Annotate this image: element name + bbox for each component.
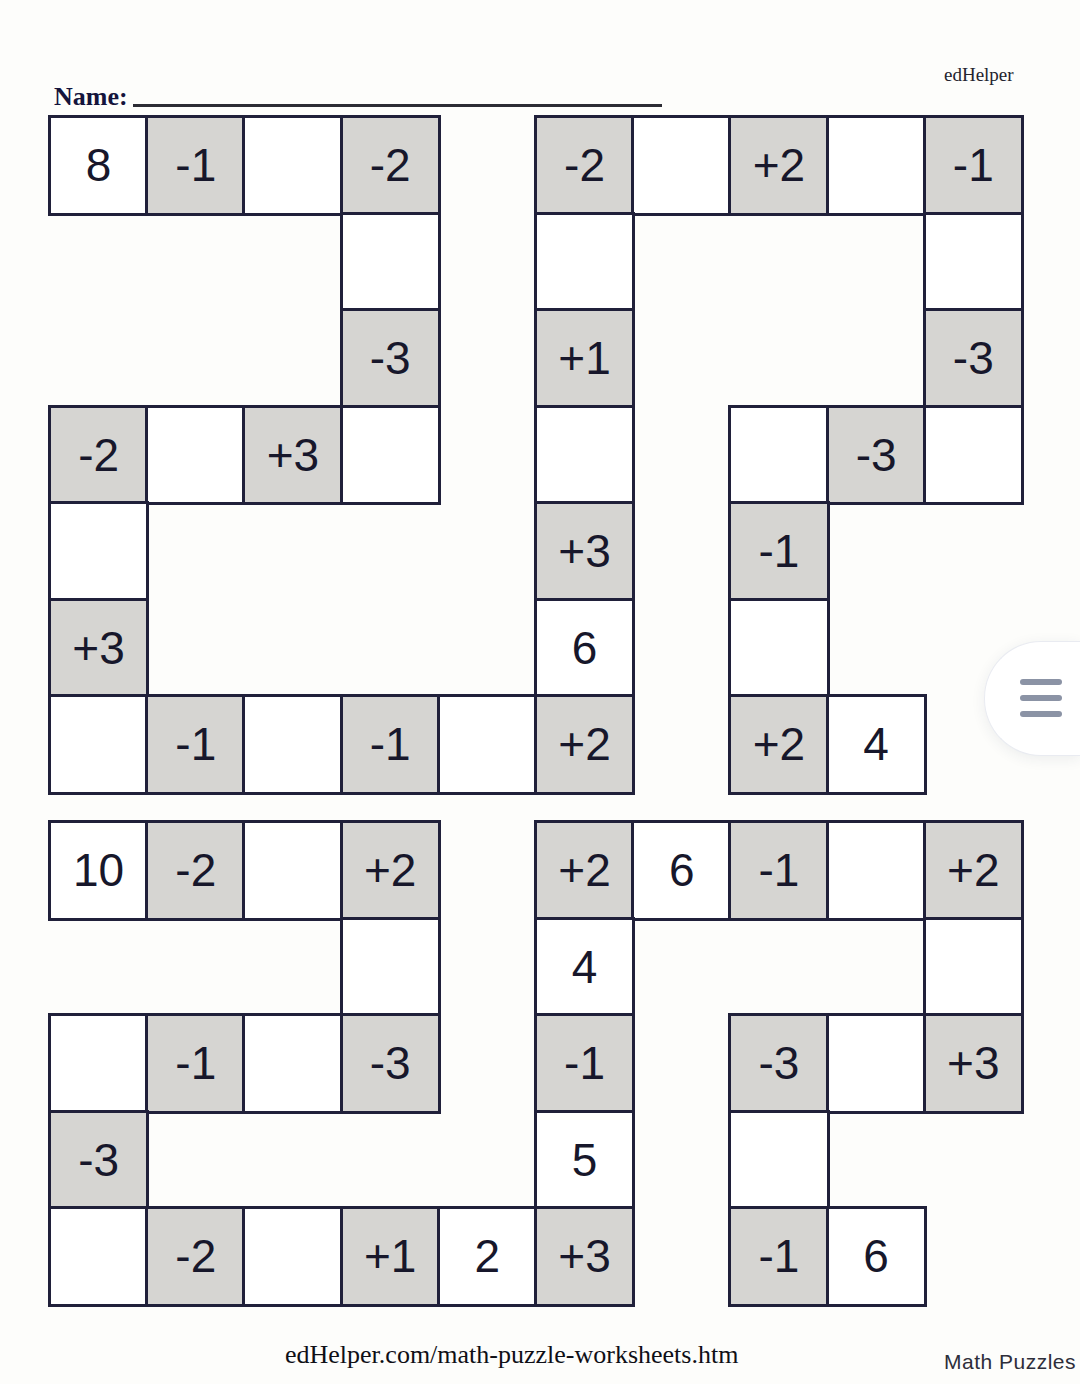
given-cell-bottom-r5c5: 2	[439, 1208, 536, 1305]
op-cell-top-r4c1: -2	[50, 407, 147, 504]
op-cell-bottom-r1c2: -2	[147, 822, 244, 919]
op-cell-bottom-r5c4: +1	[342, 1208, 439, 1305]
answer-cell-bottom-r5c3	[244, 1208, 341, 1305]
answer-cell-top-r7c3	[244, 696, 341, 793]
answer-cell-top-r7c5	[439, 696, 536, 793]
op-cell-top-r1c6: -2	[536, 117, 633, 214]
worksheet-page: edHelper Name: 8-1-2-2+2-1-3+1-3-2+3-3+3…	[0, 0, 1080, 1384]
puzzle-grid-bottom: 10-2+2+26-1+24-1-3-1-3+3-35-2+12+3-16	[50, 822, 1022, 1305]
given-cell-top-r7c9: 4	[828, 696, 925, 793]
answer-cell-top-r5c1	[50, 503, 147, 600]
op-cell-bottom-r5c8: -1	[730, 1208, 827, 1305]
answer-cell-top-r7c1	[50, 696, 147, 793]
answer-cell-bottom-r3c1	[50, 1015, 147, 1112]
op-cell-top-r5c6: +3	[536, 503, 633, 600]
op-cell-top-r3c10: -3	[925, 310, 1022, 407]
answer-cell-bottom-r2c4	[342, 919, 439, 1016]
op-cell-top-r6c1: +3	[50, 600, 147, 697]
op-cell-top-r4c3: +3	[244, 407, 341, 504]
answer-cell-bottom-r1c3	[244, 822, 341, 919]
op-cell-bottom-r1c4: +2	[342, 822, 439, 919]
given-cell-top-r6c6: 6	[536, 600, 633, 697]
answer-cell-top-r4c6	[536, 407, 633, 504]
answer-cell-bottom-r2c10	[925, 919, 1022, 1016]
op-cell-top-r4c9: -3	[828, 407, 925, 504]
op-cell-top-r7c8: +2	[730, 696, 827, 793]
given-cell-bottom-r1c1: 10	[50, 822, 147, 919]
answer-cell-top-r1c7	[633, 117, 730, 214]
op-cell-bottom-r3c2: -1	[147, 1015, 244, 1112]
op-cell-bottom-r5c2: -2	[147, 1208, 244, 1305]
answer-cell-top-r6c8	[730, 600, 827, 697]
op-cell-top-r7c4: -1	[342, 696, 439, 793]
given-cell-bottom-r4c6: 5	[536, 1112, 633, 1209]
op-cell-bottom-r4c1: -3	[50, 1112, 147, 1209]
answer-cell-top-r2c6	[536, 214, 633, 311]
name-blank-line	[133, 104, 662, 107]
answer-cell-top-r2c4	[342, 214, 439, 311]
op-cell-bottom-r3c10: +3	[925, 1015, 1022, 1112]
answer-cell-bottom-r4c8	[730, 1112, 827, 1209]
op-cell-top-r1c8: +2	[730, 117, 827, 214]
op-cell-bottom-r1c10: +2	[925, 822, 1022, 919]
op-cell-top-r5c8: -1	[730, 503, 827, 600]
op-cell-top-r1c4: -2	[342, 117, 439, 214]
answer-cell-top-r4c8	[730, 407, 827, 504]
op-cell-top-r3c6: +1	[536, 310, 633, 407]
given-cell-bottom-r5c9: 6	[828, 1208, 925, 1305]
footer-math-puzzles-label: Math Puzzles	[944, 1350, 1076, 1374]
op-cell-bottom-r3c8: -3	[730, 1015, 827, 1112]
op-cell-top-r7c2: -1	[147, 696, 244, 793]
op-cell-bottom-r3c6: -1	[536, 1015, 633, 1112]
given-cell-bottom-r2c6: 4	[536, 919, 633, 1016]
op-cell-bottom-r1c6: +2	[536, 822, 633, 919]
answer-cell-top-r2c10	[925, 214, 1022, 311]
answer-cell-bottom-r1c9	[828, 822, 925, 919]
answer-cell-bottom-r3c9	[828, 1015, 925, 1112]
op-cell-bottom-r5c6: +3	[536, 1208, 633, 1305]
puzzle-grid-top: 8-1-2-2+2-1-3+1-3-2+3-3+3-1+36-1-1+2+24	[50, 117, 1022, 793]
answer-cell-top-r4c10	[925, 407, 1022, 504]
op-cell-top-r7c6: +2	[536, 696, 633, 793]
footer-url-text: edHelper.com/math-puzzle-worksheets.htm	[285, 1340, 738, 1370]
op-cell-top-r1c2: -1	[147, 117, 244, 214]
answer-cell-bottom-r3c3	[244, 1015, 341, 1112]
op-cell-top-r3c4: -3	[342, 310, 439, 407]
answer-cell-top-r4c4	[342, 407, 439, 504]
answer-cell-top-r4c2	[147, 407, 244, 504]
op-cell-top-r1c10: -1	[925, 117, 1022, 214]
op-cell-bottom-r3c4: -3	[342, 1015, 439, 1112]
given-cell-top-r1c1: 8	[50, 117, 147, 214]
edhelper-brand-text: edHelper	[944, 64, 1014, 86]
name-label: Name:	[54, 82, 128, 112]
answer-cell-top-r1c9	[828, 117, 925, 214]
answer-cell-bottom-r5c1	[50, 1208, 147, 1305]
op-cell-bottom-r1c8: -1	[730, 822, 827, 919]
given-cell-bottom-r1c7: 6	[633, 822, 730, 919]
answer-cell-top-r1c3	[244, 117, 341, 214]
